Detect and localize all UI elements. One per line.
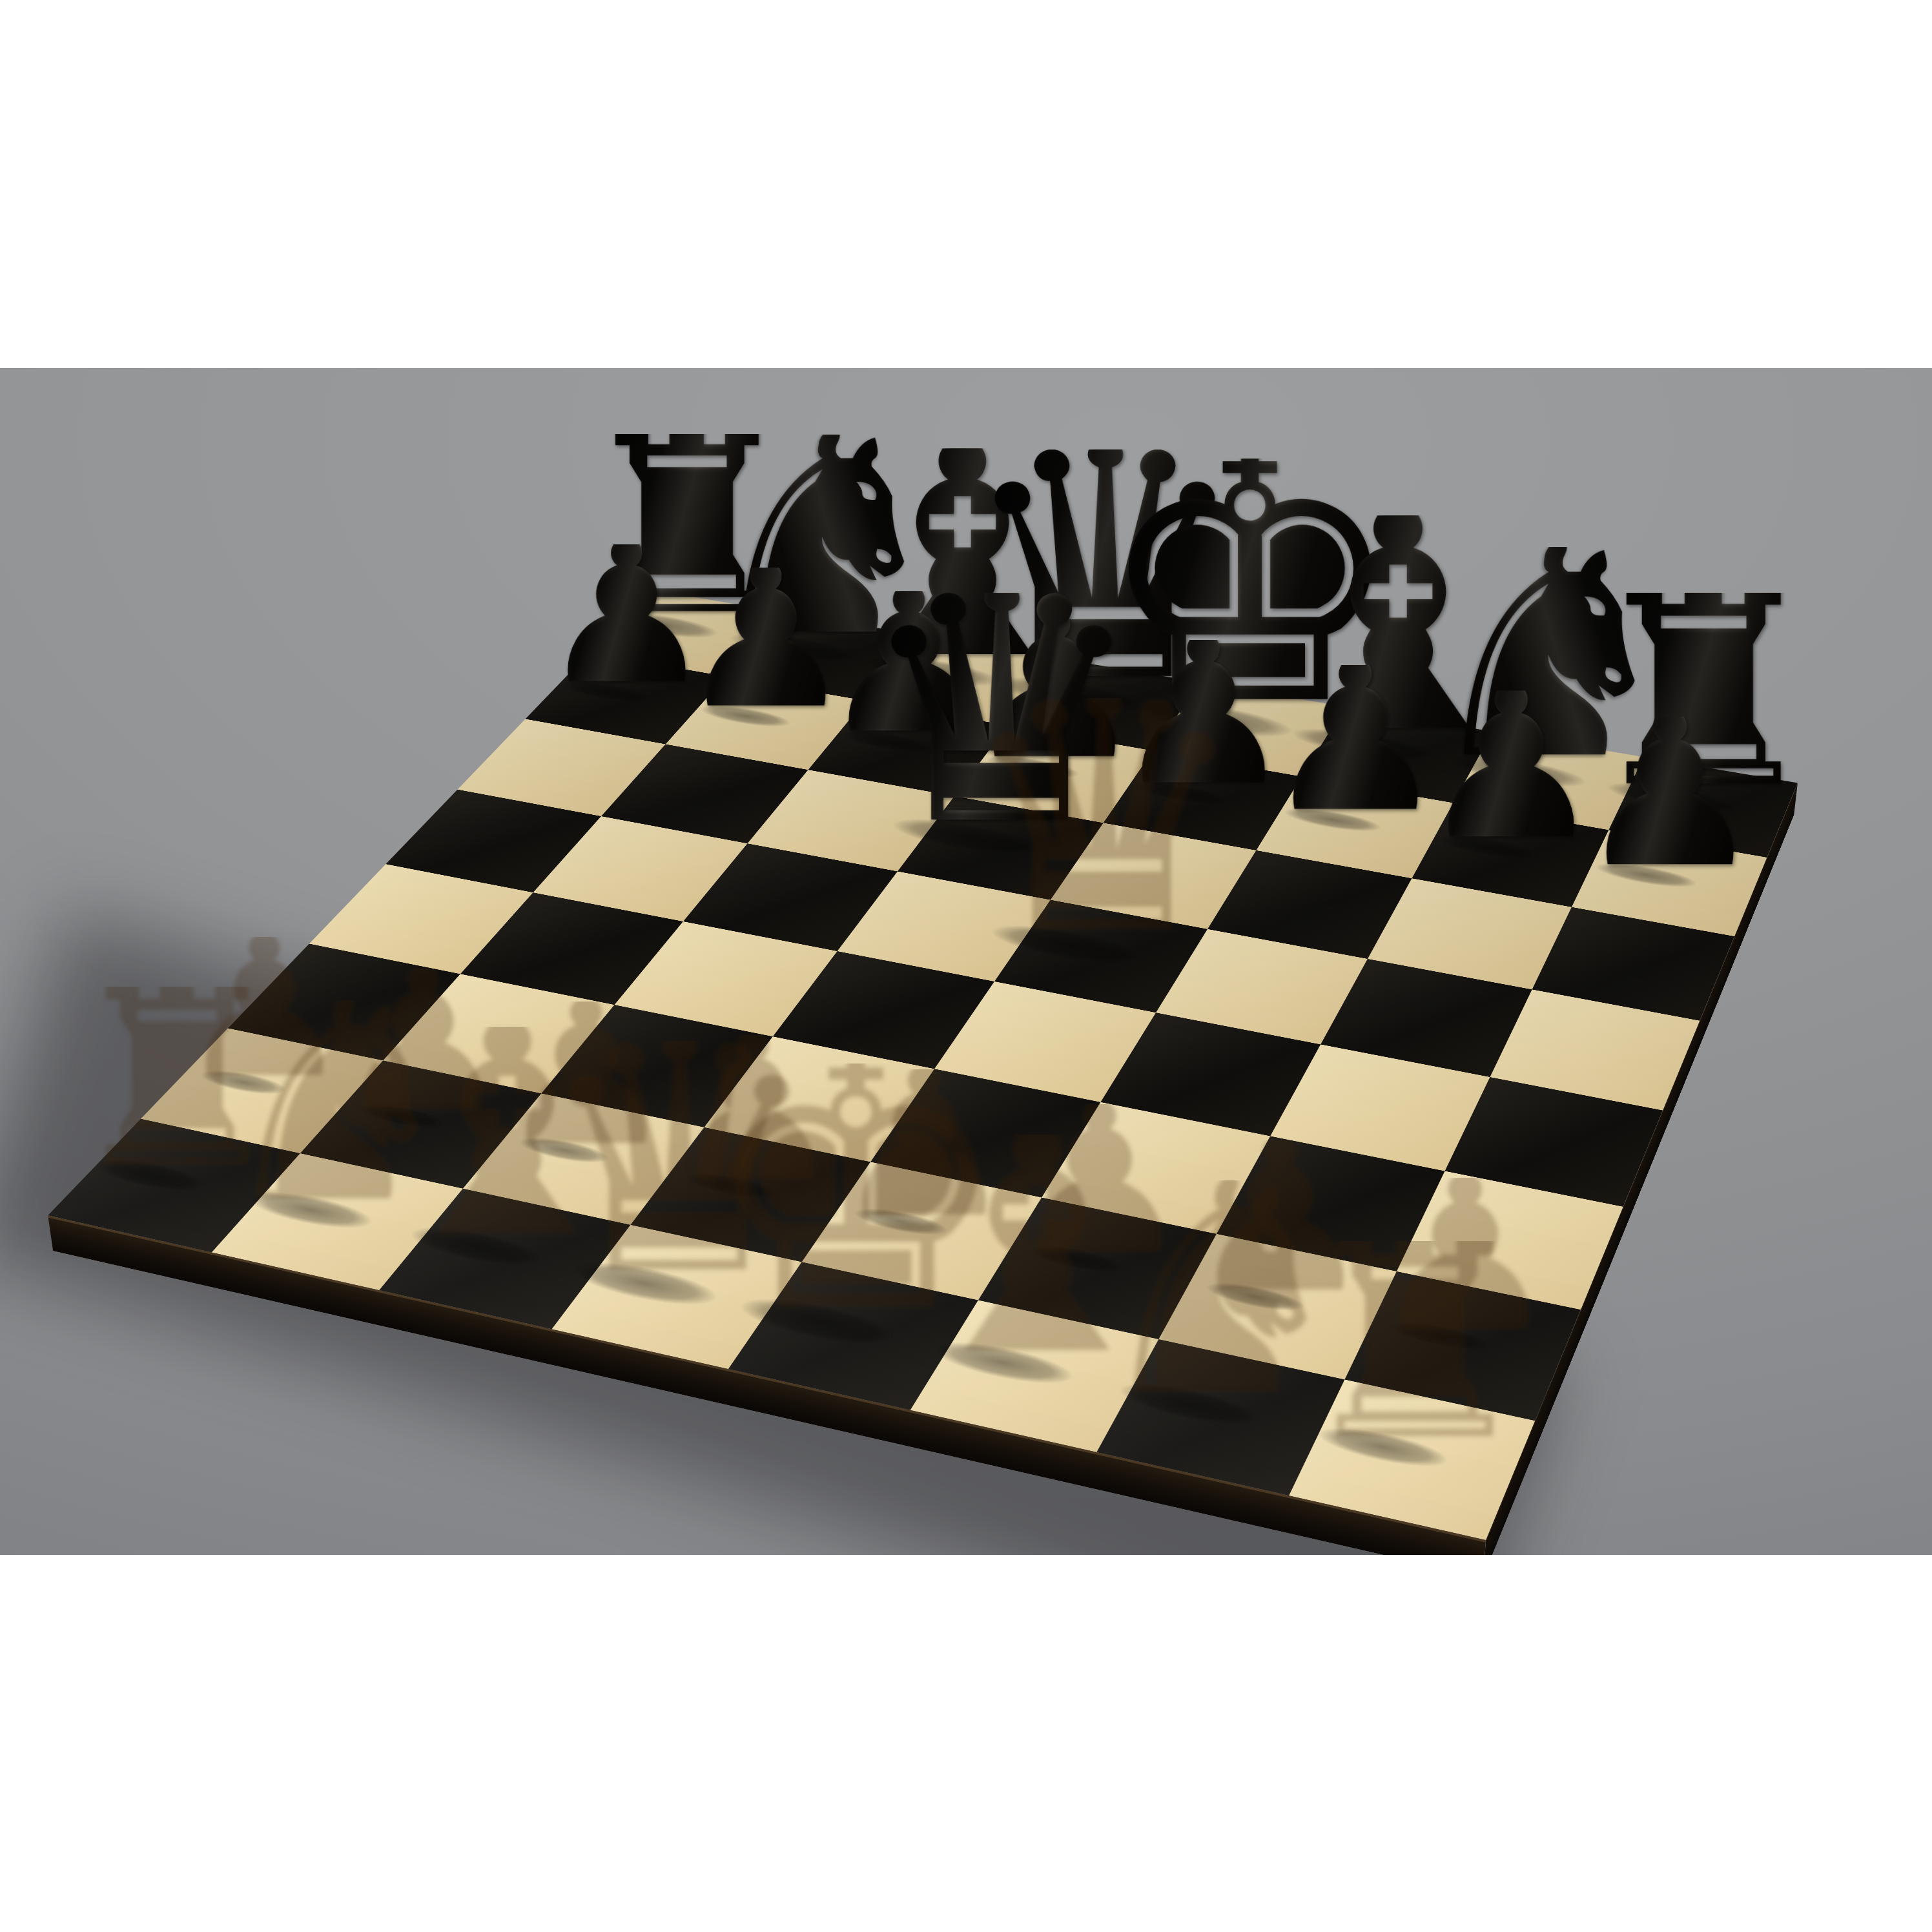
white-rook-glyph: ♜ [1275,1241,1552,1457]
board-scene: ♜♞♝♛♚♝♞♜♟♟♟♟♟♟♟♟♛♛♟♟♟♟♟♟♟♟♜♞♝♛♚♝♞♜ [316,303,1672,1660]
photo-canvas: ♜♞♝♛♚♝♞♜♟♟♟♟♟♟♟♟♛♛♟♟♟♟♟♟♟♟♜♞♝♛♚♝♞♜ [0,0,1932,1932]
white-band-top [0,0,1932,368]
white-band-bottom [0,1555,1932,1932]
white-queen-glyph: ♛ [937,698,1266,955]
black-pawn-glyph: ♟ [1564,717,1776,882]
